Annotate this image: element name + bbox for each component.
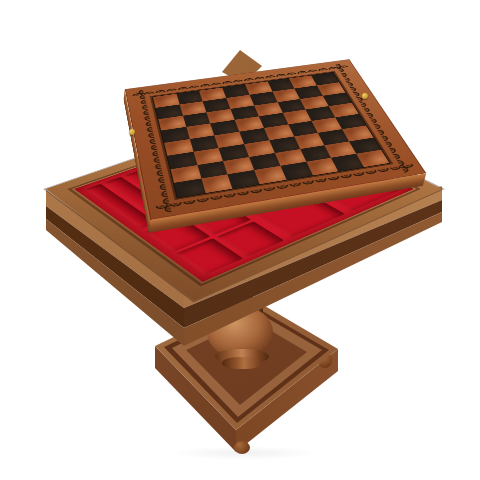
board-square-g6 [300, 145, 332, 162]
board-square-c1 [158, 115, 186, 130]
board-square-h1 [174, 179, 205, 198]
brass-hinge-pin [362, 93, 368, 99]
board-square-h2 [201, 174, 233, 193]
board-square-f8 [342, 125, 373, 141]
board-square-h8 [357, 150, 390, 167]
board-square-e4 [240, 128, 270, 144]
brass-hinge-pin [129, 129, 135, 135]
board-square-h7 [332, 154, 365, 171]
board-leather-top [125, 59, 427, 220]
board-square-e1 [164, 139, 193, 156]
board-square-d4 [235, 116, 264, 131]
board-square-h5 [281, 162, 313, 180]
board-square-e6 [288, 121, 318, 136]
bun-foot-near [234, 441, 250, 454]
board-square-f6 [294, 133, 325, 149]
board-square-h3 [228, 170, 260, 188]
board-square-h4 [254, 166, 286, 184]
chessboard [125, 59, 427, 220]
board-square-f1 [167, 152, 197, 169]
board-square-e2 [190, 135, 219, 151]
board-square-g7 [325, 141, 357, 158]
board-square-f4 [244, 140, 274, 157]
board-square-e5 [264, 124, 294, 140]
board-square-d3 [211, 120, 240, 135]
board-square-f5 [269, 136, 300, 152]
board-square-g2 [197, 161, 228, 179]
pedestal-column-cushion [222, 357, 262, 369]
board-square-f3 [219, 144, 249, 161]
board-square-f7 [318, 129, 349, 145]
board-square-g8 [349, 137, 381, 153]
board-square-d2 [186, 123, 215, 139]
board-square-h6 [306, 158, 338, 176]
board-square-g1 [171, 165, 202, 183]
board-square-g5 [275, 149, 306, 166]
board-square-g3 [223, 157, 254, 175]
chessboard-scene [84, 16, 444, 240]
chess-table-product-photo [0, 0, 480, 480]
board-square-f2 [193, 148, 223, 165]
board-square-g4 [249, 153, 280, 170]
board-square-e3 [215, 132, 245, 148]
board-square-d1 [161, 127, 189, 143]
